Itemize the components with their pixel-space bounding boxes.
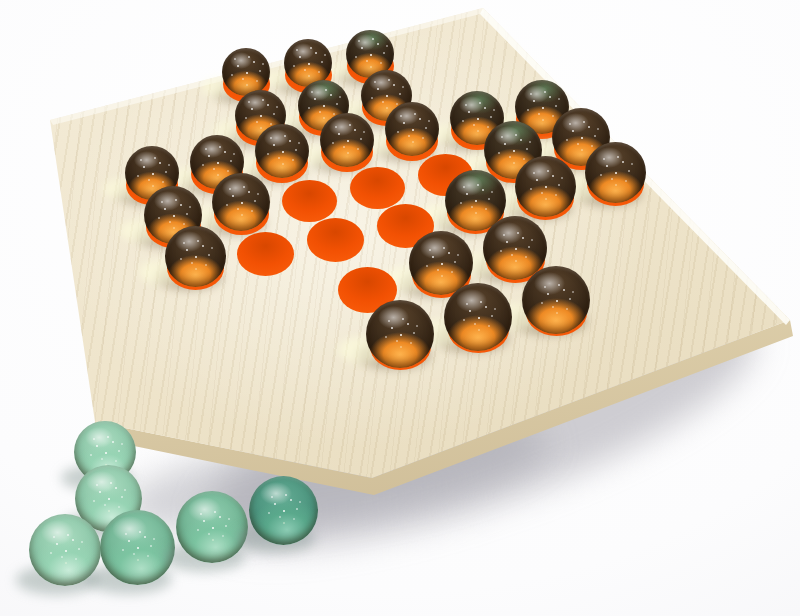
marble-r3c4[interactable] [320,113,374,167]
hole-r4c3[interactable] [282,180,337,222]
photo-stage [0,0,800,616]
marble-r5c6[interactable] [515,156,576,217]
marble-r7c3[interactable] [366,300,434,368]
marble-r4c2[interactable] [212,173,270,231]
marble-r1c3[interactable] [222,48,270,96]
marble-r5c1[interactable] [165,226,226,287]
hole-r5c3[interactable] [307,218,364,262]
marble-r7c5[interactable] [522,266,590,334]
marble-r3c3[interactable] [255,124,309,178]
marble-r3c5[interactable] [385,102,439,156]
captured-marble-6[interactable] [249,476,318,545]
captured-marble-5[interactable] [176,491,248,563]
captured-marble-4[interactable] [100,510,175,585]
hole-r5c2[interactable] [237,232,294,276]
marble-r7c4[interactable] [444,283,512,351]
marble-r5c7[interactable] [585,142,646,203]
hole-r4c4[interactable] [350,167,405,209]
